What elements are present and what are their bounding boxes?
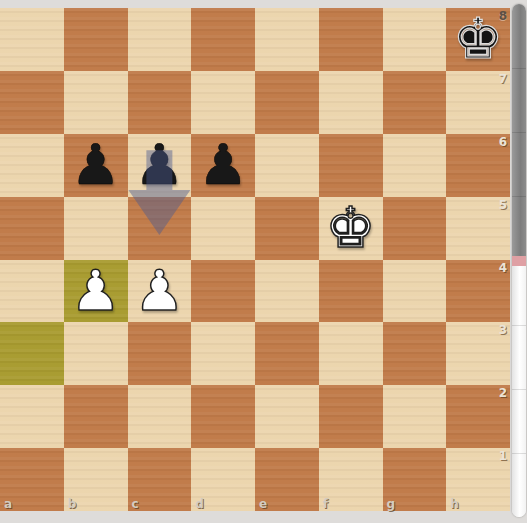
square-g3[interactable] [383,322,447,385]
square-g5[interactable] [383,197,447,260]
square-e6[interactable] [255,134,319,197]
square-h3[interactable]: 3 [446,322,510,385]
square-g2[interactable] [383,385,447,448]
square-c1[interactable]: c [128,448,192,511]
square-d2[interactable] [191,385,255,448]
square-b7[interactable] [64,71,128,134]
square-h5[interactable]: 5 [446,197,510,260]
square-b4[interactable]: ♟ [64,260,128,323]
square-f6[interactable] [319,134,383,197]
square-c2[interactable] [128,385,192,448]
file-coordinate-g: g [387,497,396,511]
square-e7[interactable] [255,71,319,134]
square-h2[interactable]: 2 [446,385,510,448]
eval-gauge-body [512,4,526,517]
square-d7[interactable] [191,71,255,134]
square-f7[interactable] [319,71,383,134]
square-a4[interactable] [0,260,64,323]
square-d8[interactable] [191,8,255,71]
piece-black-pawn-c6[interactable]: ♟ [128,134,192,197]
file-coordinate-a: a [4,497,12,511]
piece-white-pawn-b4[interactable]: ♟ [64,260,128,323]
square-b8[interactable] [64,8,128,71]
square-h6[interactable]: 6 [446,134,510,197]
piece-white-pawn-c4[interactable]: ♟ [128,260,192,323]
rank-coordinate-3: 3 [499,323,507,337]
square-h4[interactable]: 4 [446,260,510,323]
piece-black-pawn-d6[interactable]: ♟ [191,134,255,197]
eval-gauge-tick [512,68,526,69]
rank-coordinate-7: 7 [499,72,507,86]
square-g4[interactable] [383,260,447,323]
eval-gauge-center-tick [512,256,526,266]
eval-gauge-white-section [512,266,526,517]
square-c3[interactable] [128,322,192,385]
file-coordinate-d: d [195,497,204,511]
rank-coordinate-4: 4 [499,261,507,275]
square-e2[interactable] [255,385,319,448]
eval-gauge-tick [512,132,526,133]
file-coordinate-c: c [132,497,139,511]
chess-app-page: ♚87♟♟♟6♚5♟♟432abcdefg1h [0,0,527,523]
square-a5[interactable] [0,197,64,260]
square-a6[interactable] [0,134,64,197]
square-f3[interactable] [319,322,383,385]
file-coordinate-h: h [450,497,459,511]
eval-gauge-tick [512,196,526,197]
square-c6[interactable]: ♟ [128,134,192,197]
square-c4[interactable]: ♟ [128,260,192,323]
eval-gauge-tick [512,325,526,326]
file-coordinate-f: f [323,497,328,511]
square-g8[interactable] [383,8,447,71]
square-d4[interactable] [191,260,255,323]
square-f1[interactable]: f [319,448,383,511]
rank-coordinate-8: 8 [499,9,507,23]
square-c8[interactable] [128,8,192,71]
square-e3[interactable] [255,322,319,385]
square-d1[interactable]: d [191,448,255,511]
square-g7[interactable] [383,71,447,134]
square-a3[interactable] [0,322,64,385]
square-h7[interactable]: 7 [446,71,510,134]
rank-coordinate-2: 2 [499,386,507,400]
square-b2[interactable] [64,385,128,448]
file-coordinate-e: e [259,497,267,511]
square-d3[interactable] [191,322,255,385]
square-f5[interactable]: ♚ [319,197,383,260]
eval-gauge-black-section [512,4,526,256]
eval-gauge-tick [512,453,526,454]
rank-coordinate-6: 6 [499,135,507,149]
square-b3[interactable] [64,322,128,385]
square-e5[interactable] [255,197,319,260]
rank-coordinate-1: 1 [499,449,507,463]
square-e4[interactable] [255,260,319,323]
square-a2[interactable] [0,385,64,448]
square-h8[interactable]: ♚8 [446,8,510,71]
rank-coordinate-5: 5 [499,198,507,212]
square-h1[interactable]: 1h [446,448,510,511]
square-e8[interactable] [255,8,319,71]
file-coordinate-b: b [68,497,77,511]
square-f2[interactable] [319,385,383,448]
piece-black-pawn-b6[interactable]: ♟ [64,134,128,197]
chess-board[interactable]: ♚87♟♟♟6♚5♟♟432abcdefg1h [0,8,510,511]
square-g1[interactable]: g [383,448,447,511]
square-b6[interactable]: ♟ [64,134,128,197]
square-b5[interactable] [64,197,128,260]
square-c7[interactable] [128,71,192,134]
square-d6[interactable]: ♟ [191,134,255,197]
square-f8[interactable] [319,8,383,71]
square-d5[interactable] [191,197,255,260]
square-g6[interactable] [383,134,447,197]
square-b1[interactable]: b [64,448,128,511]
eval-gauge-tick [512,389,526,390]
square-a7[interactable] [0,71,64,134]
square-a1[interactable]: a [0,448,64,511]
eval-gauge [512,4,526,517]
square-f4[interactable] [319,260,383,323]
piece-white-king-f5[interactable]: ♚ [319,197,383,260]
square-a8[interactable] [0,8,64,71]
square-e1[interactable]: e [255,448,319,511]
square-c5[interactable] [128,197,192,260]
